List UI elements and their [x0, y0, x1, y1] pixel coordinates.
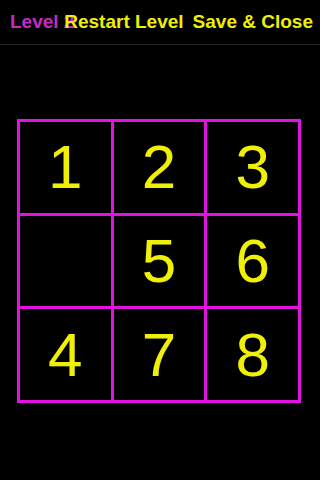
tile-7[interactable]: 7	[114, 309, 205, 400]
tile-3[interactable]: 3	[207, 122, 298, 213]
nav-button-group: Restart Level Save & Close	[64, 0, 313, 44]
tile-1[interactable]: 1	[20, 122, 111, 213]
tile-2[interactable]: 2	[114, 122, 205, 213]
tile-6[interactable]: 6	[207, 216, 298, 307]
app-screen: Level 2 Restart Level Save & Close 1 2 3…	[0, 0, 320, 480]
save-and-close-button[interactable]: Save & Close	[193, 11, 313, 33]
puzzle-board: 1 2 3 5 6 4 7 8	[17, 119, 301, 403]
tile-8[interactable]: 8	[207, 309, 298, 400]
tile-4[interactable]: 4	[20, 309, 111, 400]
tile-5[interactable]: 5	[114, 216, 205, 307]
top-navigation-bar: Level 2 Restart Level Save & Close	[0, 0, 320, 45]
empty-cell	[20, 216, 111, 307]
restart-level-button[interactable]: Restart Level	[64, 11, 183, 33]
